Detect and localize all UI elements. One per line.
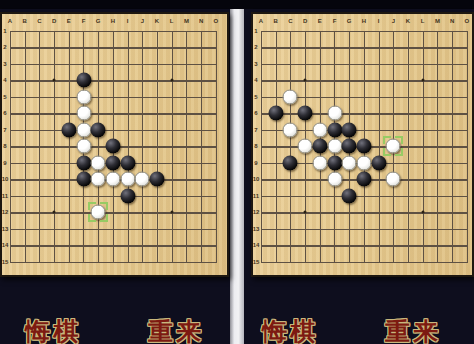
column-label: O	[464, 18, 469, 24]
column-label: I	[127, 18, 129, 24]
black-stone-F9	[327, 155, 342, 170]
column-label: B	[274, 18, 278, 24]
star-point	[421, 211, 424, 214]
row-label: 11	[2, 193, 8, 199]
white-stone-F7	[76, 122, 91, 137]
column-label: B	[23, 18, 27, 24]
black-stone-E7	[61, 122, 76, 137]
column-label: K	[406, 18, 410, 24]
white-stone-F10	[327, 172, 342, 187]
row-label: 7	[254, 127, 257, 133]
black-stone-G7	[91, 122, 106, 137]
star-point	[53, 79, 56, 82]
white-stone-J8	[386, 139, 401, 154]
column-label: M	[184, 18, 189, 24]
row-label: 7	[3, 127, 6, 133]
row-label: 1	[254, 28, 257, 34]
undo-button[interactable]: 悔棋	[262, 316, 318, 344]
black-stone-H8	[105, 139, 120, 154]
column-label: E	[67, 18, 71, 24]
column-label: H	[111, 18, 115, 24]
column-label: N	[450, 18, 454, 24]
white-stone-F6	[327, 106, 342, 121]
row-label: 5	[3, 94, 6, 100]
white-stone-H10	[105, 172, 120, 187]
white-stone-E9	[312, 155, 327, 170]
star-point	[170, 79, 173, 82]
black-stone-C9	[283, 155, 298, 170]
column-label: N	[199, 18, 203, 24]
column-label: L	[170, 18, 174, 24]
row-label: 2	[254, 44, 257, 50]
star-point	[421, 79, 424, 82]
column-label: O	[213, 18, 218, 24]
undo-button[interactable]: 悔棋	[25, 316, 81, 344]
row-label: 13	[2, 226, 9, 232]
white-stone-C7	[283, 122, 298, 137]
row-label: 8	[3, 143, 6, 149]
black-stone-G11	[342, 188, 357, 203]
star-point	[304, 211, 307, 214]
row-label: 12	[253, 209, 260, 215]
column-label: A	[8, 18, 12, 24]
row-label: 9	[3, 160, 6, 166]
restart-button[interactable]: 重来	[148, 316, 204, 344]
black-stone-I9	[120, 155, 135, 170]
black-stone-F4	[76, 73, 91, 88]
column-label: G	[96, 18, 101, 24]
column-label: F	[82, 18, 86, 24]
black-stone-D6	[298, 106, 313, 121]
column-label: G	[347, 18, 352, 24]
column-label: E	[318, 18, 322, 24]
black-stone-F9	[76, 155, 91, 170]
row-label: 3	[254, 61, 257, 67]
star-point	[170, 211, 173, 214]
black-stone-H10	[356, 172, 371, 187]
star-point	[53, 211, 56, 214]
row-label: 15	[2, 259, 9, 265]
game-panel-left: ABCDEFGHIJKLMNO123456789101112131415 悔棋 …	[0, 0, 237, 344]
row-label: 10	[253, 176, 260, 182]
row-label: 14	[253, 242, 260, 248]
white-stone-D8	[298, 139, 313, 154]
row-label: 6	[3, 110, 6, 116]
black-stone-F10	[76, 172, 91, 187]
white-stone-F8	[76, 139, 91, 154]
row-label: 9	[254, 160, 257, 166]
white-stone-G9	[91, 155, 106, 170]
row-label: 12	[2, 209, 9, 215]
column-label: A	[259, 18, 263, 24]
gomoku-board-left[interactable]: ABCDEFGHIJKLMNO123456789101112131415	[0, 12, 229, 277]
white-stone-F6	[76, 106, 91, 121]
column-label: D	[52, 18, 56, 24]
column-label: J	[392, 18, 395, 24]
column-label: K	[155, 18, 159, 24]
row-label: 1	[3, 28, 6, 34]
white-stone-F5	[76, 89, 91, 104]
black-stone-I11	[120, 188, 135, 203]
column-label: I	[378, 18, 380, 24]
restart-button[interactable]: 重来	[385, 316, 441, 344]
black-stone-G7	[342, 122, 357, 137]
black-stone-G8	[342, 139, 357, 154]
game-panel-right: ABCDEFGHIJKLMNO123456789101112131415 悔棋 …	[237, 0, 474, 344]
white-stone-E7	[312, 122, 327, 137]
black-stone-F7	[327, 122, 342, 137]
white-stone-H9	[356, 155, 371, 170]
row-label: 4	[3, 77, 6, 83]
column-label: C	[37, 18, 41, 24]
row-label: 4	[254, 77, 257, 83]
black-stone-H9	[105, 155, 120, 170]
star-point	[304, 79, 307, 82]
white-stone-G12	[91, 205, 106, 220]
white-stone-F8	[327, 139, 342, 154]
column-label: D	[303, 18, 307, 24]
row-label: 3	[3, 61, 6, 67]
white-stone-C5	[283, 89, 298, 104]
row-label: 15	[253, 259, 260, 265]
row-label: 11	[253, 193, 259, 199]
row-label: 2	[3, 44, 6, 50]
black-stone-K10	[150, 172, 165, 187]
row-label: 14	[2, 242, 9, 248]
column-label: C	[288, 18, 292, 24]
black-stone-H8	[356, 139, 371, 154]
row-label: 5	[254, 94, 257, 100]
row-label: 6	[254, 110, 257, 116]
white-stone-I10	[120, 172, 135, 187]
row-label: 13	[253, 226, 260, 232]
white-stone-G9	[342, 155, 357, 170]
column-label: L	[421, 18, 425, 24]
black-stone-I9	[371, 155, 386, 170]
black-stone-B6	[268, 106, 283, 121]
column-label: H	[362, 18, 366, 24]
row-label: 8	[254, 143, 257, 149]
white-stone-J10	[386, 172, 401, 187]
white-stone-G10	[91, 172, 106, 187]
white-stone-J10	[135, 172, 150, 187]
app-window: ABCDEFGHIJKLMNO123456789101112131415 悔棋 …	[0, 0, 474, 344]
column-label: J	[141, 18, 144, 24]
gomoku-board-right[interactable]: ABCDEFGHIJKLMNO123456789101112131415	[251, 12, 474, 277]
column-label: M	[435, 18, 440, 24]
column-label: F	[333, 18, 337, 24]
row-label: 10	[2, 176, 9, 182]
black-stone-E8	[312, 139, 327, 154]
